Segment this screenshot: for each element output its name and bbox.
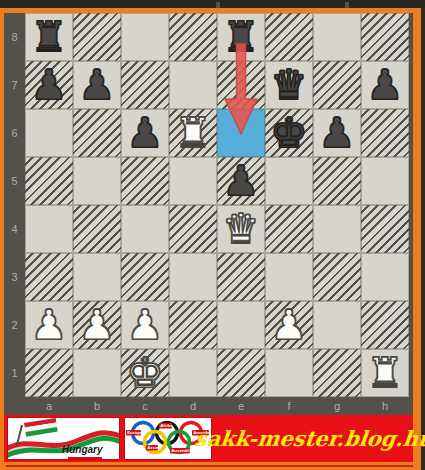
square-d1[interactable] (169, 349, 217, 397)
file-label-a: a (25, 397, 73, 415)
square-d7[interactable] (169, 61, 217, 109)
olympic-label: Afrika (160, 423, 173, 428)
rank-label-2: 2 (4, 301, 25, 349)
square-g8[interactable] (313, 13, 361, 61)
piece-white-pawn[interactable]: ♟ (73, 301, 121, 349)
footer-banner: Hungary Európa Afrika (4, 415, 413, 462)
square-e5[interactable]: ♟ (217, 157, 265, 205)
square-e3[interactable] (217, 253, 265, 301)
square-h2[interactable] (361, 301, 409, 349)
square-c6[interactable]: ♟ (121, 109, 169, 157)
square-c8[interactable] (121, 13, 169, 61)
chess-diagram: 87654321 ♜♜♟♟♛♟♟♜♚♟♟♛♟♟♟♟♚♜ abcdefgh (0, 0, 425, 470)
square-d5[interactable] (169, 157, 217, 205)
square-g6[interactable]: ♟ (313, 109, 361, 157)
chess-board: 87654321 ♜♜♟♟♛♟♟♜♚♟♟♛♟♟♟♟♚♜ abcdefgh (4, 13, 413, 415)
hungary-label: Hungary (62, 444, 103, 455)
hungary-fineprint (68, 457, 102, 459)
board-panel: 87654321 ♜♜♟♟♛♟♟♜♚♟♟♛♟♟♟♟♚♜ abcdefgh (4, 13, 413, 462)
rank-labels: 87654321 (4, 13, 25, 397)
square-c4[interactable] (121, 205, 169, 253)
olympic-label: Ázsia (147, 445, 159, 450)
file-label-e: e (217, 397, 265, 415)
square-g1[interactable] (313, 349, 361, 397)
bottom-red-line (6, 465, 413, 467)
square-f7[interactable]: ♛ (265, 61, 313, 109)
piece-black-pawn[interactable]: ♟ (313, 109, 361, 157)
piece-black-pawn[interactable]: ♟ (25, 61, 73, 109)
square-g7[interactable] (313, 61, 361, 109)
square-e2[interactable] (217, 301, 265, 349)
board-squares: ♜♜♟♟♛♟♟♜♚♟♟♛♟♟♟♟♚♜ (25, 13, 409, 397)
olympic-label: Európa (127, 430, 143, 435)
square-d8[interactable] (169, 13, 217, 61)
square-a1[interactable] (25, 349, 73, 397)
square-g4[interactable] (313, 205, 361, 253)
orange-frame: 87654321 ♜♜♟♟♛♟♟♜♚♟♟♛♟♟♟♟♚♜ abcdefgh (0, 8, 421, 470)
piece-black-pawn[interactable]: ♟ (73, 61, 121, 109)
rank-label-8: 8 (4, 13, 25, 61)
square-e6[interactable] (217, 109, 265, 157)
square-b6[interactable] (73, 109, 121, 157)
rank-label-5: 5 (4, 157, 25, 205)
square-a2[interactable]: ♟ (25, 301, 73, 349)
square-b3[interactable] (73, 253, 121, 301)
square-b7[interactable]: ♟ (73, 61, 121, 109)
file-label-d: d (169, 397, 217, 415)
piece-white-pawn[interactable]: ♟ (121, 301, 169, 349)
top-background-strip (0, 0, 425, 8)
square-b5[interactable] (73, 157, 121, 205)
piece-white-pawn[interactable]: ♟ (25, 301, 73, 349)
square-h8[interactable] (361, 13, 409, 61)
file-label-b: b (73, 397, 121, 415)
square-f6[interactable]: ♚ (265, 109, 313, 157)
square-e1[interactable] (217, 349, 265, 397)
piece-black-rook[interactable]: ♜ (217, 13, 265, 61)
square-g2[interactable] (313, 301, 361, 349)
piece-black-pawn[interactable]: ♟ (217, 157, 265, 205)
square-h4[interactable] (361, 205, 409, 253)
square-e7[interactable] (217, 61, 265, 109)
square-c1[interactable]: ♚ (121, 349, 169, 397)
file-label-c: c (121, 397, 169, 415)
square-b4[interactable] (73, 205, 121, 253)
file-labels: abcdefgh (25, 397, 409, 415)
square-f8[interactable] (265, 13, 313, 61)
square-f1[interactable] (265, 349, 313, 397)
piece-white-rook[interactable]: ♜ (361, 349, 409, 397)
square-f5[interactable] (265, 157, 313, 205)
rank-label-3: 3 (4, 253, 25, 301)
square-c3[interactable] (121, 253, 169, 301)
piece-black-king[interactable]: ♚ (265, 109, 313, 157)
file-label-g: g (313, 397, 361, 415)
square-a7[interactable]: ♟ (25, 61, 73, 109)
square-a8[interactable]: ♜ (25, 13, 73, 61)
square-h5[interactable] (361, 157, 409, 205)
square-h1[interactable]: ♜ (361, 349, 409, 397)
rank-label-7: 7 (4, 61, 25, 109)
square-c2[interactable]: ♟ (121, 301, 169, 349)
piece-black-rook[interactable]: ♜ (25, 13, 73, 61)
file-label-f: f (265, 397, 313, 415)
hungary-flag-logo: Hungary (7, 417, 120, 460)
piece-white-king[interactable]: ♚ (121, 349, 169, 397)
square-h7[interactable]: ♟ (361, 61, 409, 109)
square-a3[interactable] (25, 253, 73, 301)
square-a4[interactable] (25, 205, 73, 253)
rank-label-1: 1 (4, 349, 25, 397)
square-b2[interactable]: ♟ (73, 301, 121, 349)
square-d4[interactable] (169, 205, 217, 253)
square-d2[interactable] (169, 301, 217, 349)
square-a6[interactable] (25, 109, 73, 157)
square-c5[interactable] (121, 157, 169, 205)
square-c7[interactable] (121, 61, 169, 109)
square-h6[interactable] (361, 109, 409, 157)
piece-white-pawn[interactable]: ♟ (265, 301, 313, 349)
square-e8[interactable]: ♜ (217, 13, 265, 61)
piece-black-pawn[interactable]: ♟ (121, 109, 169, 157)
square-b1[interactable] (73, 349, 121, 397)
piece-black-pawn[interactable]: ♟ (361, 61, 409, 109)
square-f4[interactable] (265, 205, 313, 253)
square-d3[interactable] (169, 253, 217, 301)
square-b8[interactable] (73, 13, 121, 61)
olympic-label: Ausztrália (171, 448, 193, 453)
square-g5[interactable] (313, 157, 361, 205)
square-a5[interactable] (25, 157, 73, 205)
square-e4[interactable]: ♛ (217, 205, 265, 253)
rank-label-4: 4 (4, 205, 25, 253)
piece-black-queen[interactable]: ♛ (265, 61, 313, 109)
square-d6[interactable]: ♜ (169, 109, 217, 157)
square-f3[interactable] (265, 253, 313, 301)
piece-white-queen[interactable]: ♛ (217, 205, 265, 253)
blog-url-text[interactable]: sakk-mester.blog.hu (193, 426, 425, 451)
piece-white-rook[interactable]: ♜ (169, 109, 217, 157)
rank-label-6: 6 (4, 109, 25, 157)
square-h3[interactable] (361, 253, 409, 301)
blog-link[interactable]: sakk-mester.blog.hu (215, 415, 413, 462)
square-f2[interactable]: ♟ (265, 301, 313, 349)
square-g3[interactable] (313, 253, 361, 301)
file-label-h: h (361, 397, 409, 415)
